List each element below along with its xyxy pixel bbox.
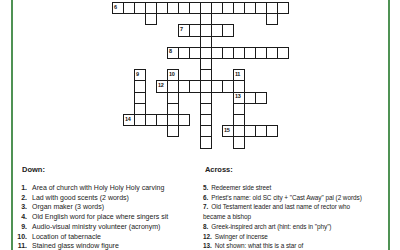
- clue-text: Audio-visual ministry volunteer (acronym…: [32, 222, 160, 232]
- grid-cell: [255, 92, 267, 104]
- clue-text: Area of church with Holy Holy Holy carvi…: [32, 183, 164, 193]
- clue-item: 1.Area of church with Holy Holy Holy car…: [10, 183, 196, 193]
- cell-number: 14: [125, 116, 130, 122]
- clue-text: Organ maker (3 words): [32, 202, 104, 212]
- clue-number: 13.: [203, 242, 212, 249]
- clue-item: 11.Stained glass window figure: [10, 241, 196, 250]
- clue-number: 8.: [203, 223, 208, 230]
- across-heading: Across:: [203, 165, 373, 175]
- cell-number: 10: [169, 71, 174, 77]
- cell-number: 7: [180, 26, 183, 32]
- grid-cell: [266, 125, 278, 137]
- clue-text: Lad with good scents (2 words): [32, 193, 129, 203]
- clue-text: Greek-inspired arch art (hint: ends in "…: [211, 223, 331, 230]
- clue-text: Old English word for place where singers…: [32, 212, 168, 222]
- cell-number: 6: [114, 4, 117, 10]
- clue-item: 13.Not shown: what this is a star of: [203, 241, 373, 250]
- clue-item: 4.Old English word for place where singe…: [10, 212, 196, 222]
- down-heading: Down:: [10, 165, 196, 175]
- clue-text: Priest's name: old SC city + "Cast Away"…: [211, 194, 362, 201]
- across-clues-column: Across: 5.Redeemer side street6.Priest's…: [203, 165, 373, 250]
- clue-number: 7.: [203, 203, 208, 210]
- clue-text: Old Testament leader and last name of re…: [203, 203, 350, 220]
- clue-number: 1.: [10, 183, 27, 193]
- cell-number: 9: [136, 71, 139, 77]
- down-clues-list: 1.Area of church with Holy Holy Holy car…: [10, 183, 196, 250]
- page-border-right: [388, 0, 390, 250]
- clue-number: 11.: [10, 241, 27, 250]
- clue-item: 9.Audio-visual ministry volunteer (acron…: [10, 222, 196, 232]
- clue-item: 6.Priest's name: old SC city + "Cast Awa…: [203, 193, 373, 203]
- cell-number: 13: [235, 93, 240, 99]
- crossword-grid: 6789101112131415: [112, 2, 290, 149]
- clue-text: Location of tabernacle: [32, 232, 101, 242]
- clue-text: Swinger of incense: [215, 233, 268, 240]
- clue-item: 7.Old Testament leader and last name of …: [203, 202, 373, 221]
- cell-number: 12: [158, 82, 163, 88]
- clue-text: Not shown: what this is a star of: [215, 242, 304, 249]
- cell-number: 15: [224, 127, 229, 133]
- across-clues-list: 5.Redeemer side street6.Priest's name: o…: [203, 183, 373, 250]
- clue-item: 10.Location of tabernacle: [10, 232, 196, 242]
- clue-number: 6.: [203, 194, 208, 201]
- cell-number: 8: [169, 48, 172, 54]
- clue-number: 9.: [10, 222, 27, 232]
- grid-cell: [222, 24, 234, 36]
- grid-cell: [178, 114, 190, 126]
- grid-cell: [233, 136, 245, 148]
- clue-number: 2.: [10, 193, 27, 203]
- clue-number: 3.: [10, 202, 27, 212]
- clue-item: 3.Organ maker (3 words): [10, 202, 196, 212]
- grid-cell: [200, 136, 212, 148]
- clue-number: 10.: [10, 232, 27, 242]
- grid-cell: [167, 125, 179, 137]
- clue-number: 4.: [10, 212, 27, 222]
- clue-text: Stained glass window figure: [32, 241, 119, 250]
- grid-cell: [145, 13, 157, 25]
- cell-number: 11: [235, 71, 240, 77]
- grid-cell: [277, 47, 289, 59]
- clue-item: 2.Lad with good scents (2 words): [10, 193, 196, 203]
- clue-item: 5.Redeemer side street: [203, 183, 373, 193]
- clue-item: 12.Swinger of incense: [203, 232, 373, 242]
- clue-item: 8.Greek-inspired arch art (hint: ends in…: [203, 222, 373, 232]
- grid-cell: [277, 2, 289, 14]
- worksheet-page: { "game": "crossword", "page": { "backgr…: [0, 0, 400, 250]
- clue-number: 5.: [203, 184, 208, 191]
- clue-text: Redeemer side street: [211, 184, 271, 191]
- grid-cell: [266, 13, 278, 25]
- clue-number: 12.: [203, 233, 212, 240]
- down-clues-column: Down: 1.Area of church with Holy Holy Ho…: [10, 165, 196, 250]
